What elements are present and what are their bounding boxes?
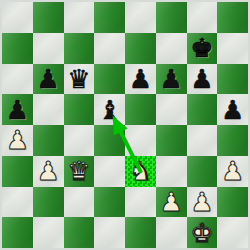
square-f5[interactable] xyxy=(156,94,187,125)
square-d2[interactable] xyxy=(94,187,125,218)
square-h7[interactable] xyxy=(217,33,248,64)
square-h8[interactable] xyxy=(217,2,248,33)
piece-black-pawn[interactable]: ♟ xyxy=(36,66,59,92)
piece-black-king[interactable]: ♚ xyxy=(190,35,213,61)
square-e4[interactable] xyxy=(125,125,156,156)
piece-black-pawn[interactable]: ♟ xyxy=(159,66,182,92)
square-b8[interactable] xyxy=(33,2,64,33)
piece-white-knight[interactable]: ♞ xyxy=(129,158,152,184)
square-c8[interactable] xyxy=(64,2,95,33)
square-d6[interactable] xyxy=(94,64,125,95)
square-e1[interactable] xyxy=(125,217,156,248)
square-h5[interactable]: ♟ xyxy=(217,94,248,125)
square-g4[interactable] xyxy=(187,125,218,156)
piece-white-pawn[interactable]: ♟ xyxy=(36,158,59,184)
square-g6[interactable]: ♟ xyxy=(187,64,218,95)
square-e8[interactable] xyxy=(125,2,156,33)
square-e2[interactable] xyxy=(125,187,156,218)
square-c3[interactable]: ♛ xyxy=(64,156,95,187)
square-h4[interactable] xyxy=(217,125,248,156)
piece-black-queen[interactable]: ♛ xyxy=(67,66,90,92)
square-b4[interactable] xyxy=(33,125,64,156)
square-f3[interactable] xyxy=(156,156,187,187)
square-f8[interactable] xyxy=(156,2,187,33)
chess-board: ♚♟♛♟♟♟♟♝♟♟♟♛♞♟♟♟♚ xyxy=(0,0,250,250)
square-e6[interactable]: ♟ xyxy=(125,64,156,95)
square-g8[interactable] xyxy=(187,2,218,33)
square-b2[interactable] xyxy=(33,187,64,218)
piece-white-pawn[interactable]: ♟ xyxy=(190,189,213,215)
square-f2[interactable]: ♟ xyxy=(156,187,187,218)
square-d8[interactable] xyxy=(94,2,125,33)
piece-black-bishop[interactable]: ♝ xyxy=(98,97,121,123)
square-g2[interactable]: ♟ xyxy=(187,187,218,218)
square-a7[interactable] xyxy=(2,33,33,64)
piece-white-pawn[interactable]: ♟ xyxy=(159,189,182,215)
square-a5[interactable]: ♟ xyxy=(2,94,33,125)
square-d1[interactable] xyxy=(94,217,125,248)
piece-black-pawn[interactable]: ♟ xyxy=(221,97,244,123)
square-c7[interactable] xyxy=(64,33,95,64)
square-a2[interactable] xyxy=(2,187,33,218)
piece-white-pawn[interactable]: ♟ xyxy=(6,127,29,153)
square-f4[interactable] xyxy=(156,125,187,156)
piece-white-queen[interactable]: ♛ xyxy=(67,158,90,184)
square-h6[interactable] xyxy=(217,64,248,95)
piece-white-king[interactable]: ♚ xyxy=(190,220,213,246)
square-a4[interactable]: ♟ xyxy=(2,125,33,156)
piece-black-pawn[interactable]: ♟ xyxy=(129,66,152,92)
board-grid: ♚♟♛♟♟♟♟♝♟♟♟♛♞♟♟♟♚ xyxy=(2,2,248,248)
square-e3[interactable]: ♞ xyxy=(125,156,156,187)
square-b7[interactable] xyxy=(33,33,64,64)
square-b3[interactable]: ♟ xyxy=(33,156,64,187)
square-h3[interactable]: ♟ xyxy=(217,156,248,187)
square-a8[interactable] xyxy=(2,2,33,33)
square-d4[interactable] xyxy=(94,125,125,156)
square-f1[interactable] xyxy=(156,217,187,248)
square-g5[interactable] xyxy=(187,94,218,125)
square-h1[interactable] xyxy=(217,217,248,248)
square-c5[interactable] xyxy=(64,94,95,125)
square-c4[interactable] xyxy=(64,125,95,156)
square-a6[interactable] xyxy=(2,64,33,95)
piece-white-pawn[interactable]: ♟ xyxy=(221,158,244,184)
square-a3[interactable] xyxy=(2,156,33,187)
piece-black-pawn[interactable]: ♟ xyxy=(6,97,29,123)
square-g3[interactable] xyxy=(187,156,218,187)
square-e5[interactable] xyxy=(125,94,156,125)
square-c6[interactable]: ♛ xyxy=(64,64,95,95)
square-h2[interactable] xyxy=(217,187,248,218)
square-e7[interactable] xyxy=(125,33,156,64)
square-c1[interactable] xyxy=(64,217,95,248)
square-g7[interactable]: ♚ xyxy=(187,33,218,64)
square-f6[interactable]: ♟ xyxy=(156,64,187,95)
square-b6[interactable]: ♟ xyxy=(33,64,64,95)
square-d5[interactable]: ♝ xyxy=(94,94,125,125)
square-d7[interactable] xyxy=(94,33,125,64)
square-a1[interactable] xyxy=(2,217,33,248)
square-g1[interactable]: ♚ xyxy=(187,217,218,248)
square-c2[interactable] xyxy=(64,187,95,218)
square-b1[interactable] xyxy=(33,217,64,248)
square-d3[interactable] xyxy=(94,156,125,187)
square-b5[interactable] xyxy=(33,94,64,125)
piece-black-pawn[interactable]: ♟ xyxy=(190,66,213,92)
square-f7[interactable] xyxy=(156,33,187,64)
